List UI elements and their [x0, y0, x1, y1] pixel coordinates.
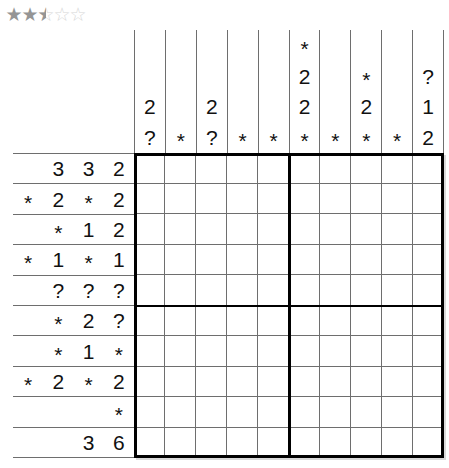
grid-cell-r3c1[interactable] — [134, 214, 165, 245]
grid-cell-r2c9[interactable] — [382, 184, 413, 215]
grid-cell-r5c7[interactable] — [320, 275, 351, 306]
grid-cell-r3c6[interactable] — [289, 214, 320, 245]
row-clue-cell: 6 — [104, 428, 134, 457]
row-clue-cell: 2 — [104, 184, 134, 213]
grid-cell-r4c7[interactable] — [320, 245, 351, 276]
row-clue-10: 36 — [13, 427, 134, 457]
grid-cell-r4c6[interactable] — [289, 245, 320, 276]
row-clue-cell — [13, 397, 43, 426]
column-clue-1: 2? — [134, 30, 165, 153]
grid-cell-r3c4[interactable] — [227, 214, 258, 245]
grid-cell-r2c3[interactable] — [196, 184, 227, 215]
grid-cell-r8c6[interactable] — [289, 367, 320, 398]
column-clue-cell — [382, 30, 412, 61]
grid-cell-r3c3[interactable] — [196, 214, 227, 245]
row-clue-cell: * — [104, 339, 134, 368]
grid-cell-r4c3[interactable] — [196, 245, 227, 276]
grid-cell-r4c4[interactable] — [227, 245, 258, 276]
column-clue-cell — [320, 92, 350, 123]
grid-cell-r6c9[interactable] — [382, 306, 413, 337]
grid-cell-r1c8[interactable] — [351, 153, 382, 184]
column-clue-cell — [166, 61, 196, 92]
grid-cell-r10c9[interactable] — [382, 428, 413, 459]
grid-cell-r2c6[interactable] — [289, 184, 320, 215]
grid-cell-r9c7[interactable] — [320, 397, 351, 428]
grid-cell-r7c4[interactable] — [227, 336, 258, 367]
grid-cell-r1c10[interactable] — [413, 153, 444, 184]
grid-cell-r8c7[interactable] — [320, 367, 351, 398]
row-clue-cell: 3 — [74, 154, 104, 183]
row-clue-1: 332 — [13, 153, 134, 183]
column-clue-3: 2? — [196, 30, 227, 153]
grid-cell-r9c4[interactable] — [227, 397, 258, 428]
row-clue-3: *12 — [13, 214, 134, 244]
column-clue-6: *22* — [289, 30, 320, 153]
row-clue-cell — [43, 397, 73, 426]
grid-cell-r1c2[interactable] — [165, 153, 196, 184]
grid-cell-r8c9[interactable] — [382, 367, 413, 398]
column-clue-4: * — [227, 30, 258, 153]
row-clue-8: *2*2 — [13, 366, 134, 396]
grid-cell-r1c1[interactable] — [134, 153, 165, 184]
row-clue-cell — [13, 336, 43, 365]
grid-cell-r8c2[interactable] — [165, 367, 196, 398]
column-clue-cell — [259, 61, 289, 92]
row-clue-cell — [43, 428, 73, 457]
grid-cell-r5c2[interactable] — [165, 275, 196, 306]
column-clue-cell — [413, 30, 443, 61]
row-clue-cell: 1 — [43, 245, 73, 274]
column-clues: 2?*2?***22***2**?12 — [134, 30, 444, 153]
grid-cell-r3c8[interactable] — [351, 214, 382, 245]
column-clue-cell: * — [290, 125, 320, 156]
grid-cell-r8c3[interactable] — [196, 367, 227, 398]
grid-cell-r8c4[interactable] — [227, 367, 258, 398]
grid-cell-r7c2[interactable] — [165, 336, 196, 367]
row-clue-cell: * — [43, 218, 73, 247]
grid-cell-r9c8[interactable] — [351, 397, 382, 428]
grid-cell-r4c5[interactable] — [258, 245, 289, 276]
row-clue-cell: * — [43, 339, 73, 368]
grid-cell-r4c9[interactable] — [382, 245, 413, 276]
grid-cell-r7c1[interactable] — [134, 336, 165, 367]
grid-cell-r3c10[interactable] — [413, 214, 444, 245]
row-clue-cell — [13, 276, 43, 305]
star-icon: ★ — [6, 3, 22, 25]
grid-cell-r9c1[interactable] — [134, 397, 165, 428]
row-clue-cell: * — [74, 370, 104, 399]
column-clue-cell — [166, 30, 196, 61]
grid-cell-r9c3[interactable] — [196, 397, 227, 428]
column-clue-cell: 2 — [351, 92, 381, 123]
grid-cell-r5c3[interactable] — [196, 275, 227, 306]
grid-cell-r10c5[interactable] — [258, 428, 289, 459]
column-clue-cell — [320, 61, 350, 92]
row-clue-cell: 2 — [74, 306, 104, 335]
grid-cell-r8c5[interactable] — [258, 367, 289, 398]
row-clue-cell: 2 — [43, 184, 73, 213]
grid-cell-r3c7[interactable] — [320, 214, 351, 245]
grid-cell-r10c4[interactable] — [227, 428, 258, 459]
column-clue-cell: 2 — [135, 92, 165, 123]
column-clue-cell: * — [290, 33, 320, 64]
grid-cell-r5c8[interactable] — [351, 275, 382, 306]
row-clue-cell: 2 — [104, 154, 134, 183]
row-clue-cell: * — [13, 370, 43, 399]
grid-cell-r7c5[interactable] — [258, 336, 289, 367]
column-clue-2: * — [165, 30, 196, 153]
star-icon: ☆ — [70, 3, 86, 25]
grid-cell-r2c8[interactable] — [351, 184, 382, 215]
grid-cell-r5c10[interactable] — [413, 275, 444, 306]
column-clue-cell: ? — [413, 61, 443, 92]
grid-cell-r7c3[interactable] — [196, 336, 227, 367]
grid-cell-r1c5[interactable] — [258, 153, 289, 184]
row-clue-cell — [13, 215, 43, 244]
row-clue-cell: * — [13, 248, 43, 277]
column-clue-cell — [259, 92, 289, 123]
column-clue-cell: ? — [197, 122, 227, 153]
row-clue-cell: ? — [104, 276, 134, 305]
column-clue-8: *2* — [350, 30, 381, 153]
row-clue-6: *2? — [13, 305, 134, 335]
column-clue-cell — [320, 30, 350, 61]
row-clue-cell — [13, 306, 43, 335]
grid-cell-r6c2[interactable] — [165, 306, 196, 337]
row-clue-4: *1*1 — [13, 244, 134, 274]
grid-cell-r1c9[interactable] — [382, 153, 413, 184]
row-clue-cell: 1 — [104, 245, 134, 274]
column-clue-cell: 2 — [413, 122, 443, 153]
grid-cell-r3c5[interactable] — [258, 214, 289, 245]
grid-cell-r2c10[interactable] — [413, 184, 444, 215]
column-clue-10: ?12 — [412, 30, 443, 153]
column-clue-cell — [197, 30, 227, 61]
grid-cell-r10c3[interactable] — [196, 428, 227, 459]
column-clue-cell — [382, 61, 412, 92]
row-clue-9: * — [13, 396, 134, 426]
column-clue-cell — [228, 30, 258, 61]
column-clue-cell — [382, 92, 412, 123]
grid-cell-r9c10[interactable] — [413, 397, 444, 428]
column-clue-cell: * — [166, 125, 196, 156]
row-clue-cell: 1 — [74, 336, 104, 365]
grid-cell-r4c8[interactable] — [351, 245, 382, 276]
column-clue-cell: * — [351, 125, 381, 156]
nonogram-puzzle-page: ★★☆★☆☆ 2?*2?***22***2**?12 332*2*2*12*1*… — [0, 0, 449, 468]
grid-cell-r10c8[interactable] — [351, 428, 382, 459]
column-clue-cell: 1 — [413, 92, 443, 123]
row-clue-cell: ? — [74, 276, 104, 305]
row-clue-cell: 2 — [43, 367, 73, 396]
grid-cell-r3c2[interactable] — [165, 214, 196, 245]
grid-cell-r5c5[interactable] — [258, 275, 289, 306]
grid-cell-r6c7[interactable] — [320, 306, 351, 337]
row-clue-cell: * — [43, 309, 73, 338]
column-clue-cell: * — [259, 125, 289, 156]
row-clue-cell: 2 — [104, 367, 134, 396]
grid-cell-r8c10[interactable] — [413, 367, 444, 398]
column-clue-7: * — [319, 30, 350, 153]
row-clue-7: *1* — [13, 335, 134, 365]
puzzle-grid — [134, 153, 444, 458]
column-clue-cell: * — [228, 125, 258, 156]
grid-cell-r10c6[interactable] — [289, 428, 320, 459]
grid-cell-r10c1[interactable] — [134, 428, 165, 459]
column-clue-cell — [166, 92, 196, 123]
grid-cell-r1c3[interactable] — [196, 153, 227, 184]
column-clue-cell: * — [351, 63, 381, 94]
row-clue-5: ??? — [13, 275, 134, 305]
column-clue-cell — [351, 30, 381, 61]
row-clue-cell: 3 — [74, 428, 104, 457]
grid-cell-r4c2[interactable] — [165, 245, 196, 276]
difficulty-rating: ★★☆★☆☆ — [6, 3, 86, 25]
column-clue-cell: * — [320, 125, 350, 156]
column-clue-5: * — [258, 30, 289, 153]
grid-cell-r6c5[interactable] — [258, 306, 289, 337]
row-clue-cell: 1 — [74, 215, 104, 244]
column-clue-cell: * — [382, 125, 412, 156]
grid-cell-r6c8[interactable] — [351, 306, 382, 337]
grid-cell-r9c6[interactable] — [289, 397, 320, 428]
grid-cell-r3c9[interactable] — [382, 214, 413, 245]
grid-cell-r8c1[interactable] — [134, 367, 165, 398]
row-clues: 332*2*2*12*1*1???*2?*1**2*2*36 — [13, 153, 134, 458]
star-icon: ★ — [22, 3, 38, 25]
grid-cell-r10c7[interactable] — [320, 428, 351, 459]
row-clue-cell — [13, 154, 43, 183]
star-icon: ☆ — [54, 3, 70, 25]
column-clue-cell: 2 — [197, 92, 227, 123]
grid-cell-r2c5[interactable] — [258, 184, 289, 215]
grid-cell-r4c10[interactable] — [413, 245, 444, 276]
grid-cell-r1c7[interactable] — [320, 153, 351, 184]
grid-cell-r9c2[interactable] — [165, 397, 196, 428]
grid-cell-r9c5[interactable] — [258, 397, 289, 428]
row-clue-2: *2*2 — [13, 183, 134, 213]
column-clue-cell: 2 — [290, 92, 320, 123]
star-icon: ☆★ — [38, 3, 54, 25]
grid-cell-r6c3[interactable] — [196, 306, 227, 337]
column-clue-cell — [228, 61, 258, 92]
column-clue-cell — [197, 61, 227, 92]
row-clue-cell: 2 — [104, 215, 134, 244]
grid-cell-r5c4[interactable] — [227, 275, 258, 306]
grid-cell-r7c9[interactable] — [382, 336, 413, 367]
column-clue-9: * — [381, 30, 412, 153]
grid-cell-r7c7[interactable] — [320, 336, 351, 367]
row-clue-cell: 3 — [43, 154, 73, 183]
grid-cell-r9c9[interactable] — [382, 397, 413, 428]
column-clue-cell — [135, 30, 165, 61]
row-clue-cell: * — [74, 248, 104, 277]
grid-cell-r2c7[interactable] — [320, 184, 351, 215]
column-clue-cell — [135, 61, 165, 92]
grid-cell-r6c10[interactable] — [413, 306, 444, 337]
grid-cell-r6c1[interactable] — [134, 306, 165, 337]
row-clue-cell: ? — [43, 276, 73, 305]
grid-cell-r10c2[interactable] — [165, 428, 196, 459]
column-clue-cell: 2 — [290, 61, 320, 92]
grid-cell-r2c1[interactable] — [134, 184, 165, 215]
grid-cell-r10c10[interactable] — [413, 428, 444, 459]
grid-cell-r6c6[interactable] — [289, 306, 320, 337]
grid-cell-r6c4[interactable] — [227, 306, 258, 337]
row-clue-cell: * — [104, 400, 134, 429]
grid-cell-r5c1[interactable] — [134, 275, 165, 306]
grid-cell-r8c8[interactable] — [351, 367, 382, 398]
grid-cell-r5c6[interactable] — [289, 275, 320, 306]
grid-cell-r7c6[interactable] — [289, 336, 320, 367]
column-clue-cell — [259, 30, 289, 61]
column-clue-cell: ? — [135, 122, 165, 153]
row-clue-cell — [13, 428, 43, 457]
grid-cell-r7c10[interactable] — [413, 336, 444, 367]
grid-cell-r5c9[interactable] — [382, 275, 413, 306]
grid-cell-r7c8[interactable] — [351, 336, 382, 367]
grid-cell-r2c4[interactable] — [227, 184, 258, 215]
row-clue-cell: * — [13, 187, 43, 216]
grid-cell-r2c2[interactable] — [165, 184, 196, 215]
row-clue-cell: * — [74, 187, 104, 216]
column-clue-cell — [228, 92, 258, 123]
grid-cell-r1c4[interactable] — [227, 153, 258, 184]
row-clue-cell — [74, 397, 104, 426]
grid-cell-r4c1[interactable] — [134, 245, 165, 276]
row-clue-cell: ? — [104, 306, 134, 335]
grid-cell-r1c6[interactable] — [289, 153, 320, 184]
